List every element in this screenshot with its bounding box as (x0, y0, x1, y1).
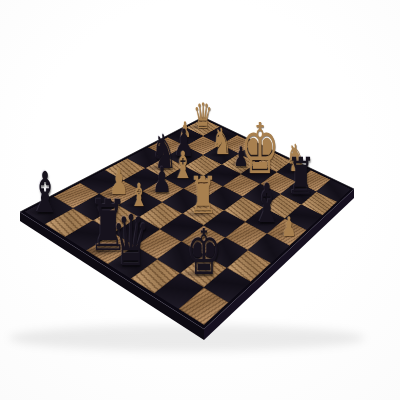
piece-white-queen-h8[interactable]: ♛ (193, 98, 213, 133)
piece-black-pawn-d6[interactable]: ♟ (152, 162, 172, 197)
piece-black-queen-a4[interactable]: ♛ (111, 205, 150, 275)
piece-black-king-b2[interactable]: ♚ (186, 220, 221, 283)
piece-black-bishop-e2[interactable]: ♝ (252, 177, 282, 231)
product-photo-scene: ♝♜♛♚♟♞♟♟♝♜♟♛♟♝♝♞♜♚♞♟ Overhead product ph… (0, 0, 400, 400)
piece-black-rook-g2[interactable]: ♜ (287, 151, 316, 202)
piece-black-bishop-a8[interactable]: ♝ (29, 164, 61, 221)
pieces-layer: ♝♜♛♚♟♞♟♟♝♜♟♛♟♝♝♞♜♚♞♟ (0, 0, 400, 400)
piece-white-pawn-e1[interactable]: ♟ (282, 212, 297, 239)
piece-white-knight-g6[interactable]: ♞ (211, 125, 231, 161)
